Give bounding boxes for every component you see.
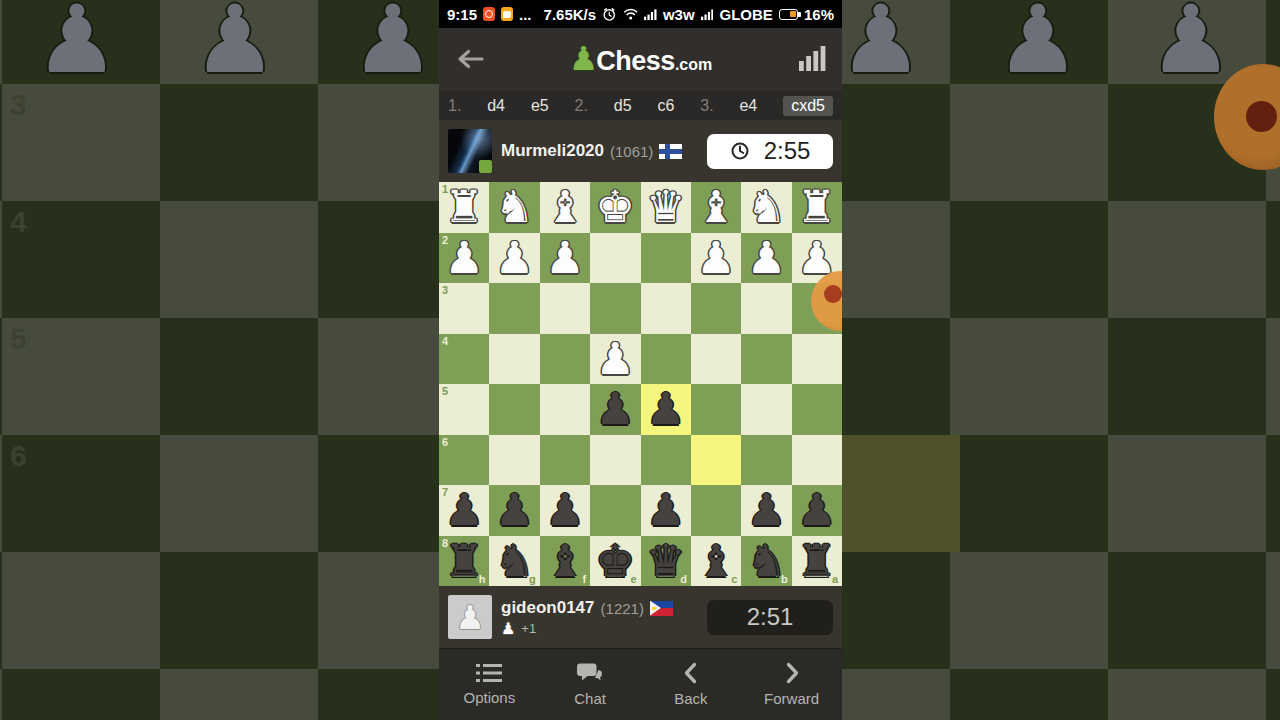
square-b3[interactable]: [741, 283, 791, 334]
phone-screen: 9:15 ... 7.65K/s w3w: [439, 0, 842, 720]
move-token-d5[interactable]: d5: [614, 97, 632, 115]
move-token-cxd5[interactable]: cxd5: [783, 96, 833, 116]
piece-white-bishop-c1[interactable]: ♝: [691, 182, 741, 233]
logo-word: Chess: [596, 46, 675, 77]
wifi-icon: [623, 7, 638, 21]
options-button[interactable]: Options: [439, 649, 540, 720]
background-rank-label-5: 5: [10, 322, 27, 356]
square-g6[interactable]: [489, 435, 539, 486]
square-f1[interactable]: ♝: [540, 182, 590, 233]
square-c3[interactable]: [691, 283, 741, 334]
square-e5[interactable]: ♟: [590, 384, 640, 435]
chevron-right-icon: [781, 662, 803, 684]
connection-bars-icon[interactable]: [799, 46, 826, 71]
piece-black-rook-a8[interactable]: ♜: [792, 536, 842, 587]
move-number-3: 3.: [700, 97, 713, 115]
square-c4[interactable]: [691, 334, 741, 385]
piece-white-pawn-b2[interactable]: ♟: [741, 233, 791, 284]
piece-black-pawn-h7[interactable]: ♟: [439, 485, 489, 536]
square-a7[interactable]: ♟: [792, 485, 842, 536]
material-count: +1: [521, 621, 536, 636]
piece-white-rook-h1[interactable]: ♜: [439, 182, 489, 233]
background-pawn-2: ♟: [175, 0, 295, 88]
background-highlight-square: [842, 435, 960, 552]
square-g5[interactable]: [489, 384, 539, 435]
chesscom-logo: ♟Chess.com: [439, 42, 842, 77]
square-e4[interactable]: ♟: [590, 334, 640, 385]
square-c6[interactable]: [691, 435, 741, 486]
square-g1[interactable]: ♞: [489, 182, 539, 233]
square-e3[interactable]: [590, 283, 640, 334]
square-d7[interactable]: ♟: [641, 485, 691, 536]
signal-icon: [644, 8, 657, 21]
record-dot-icon: [824, 285, 842, 303]
background-pawn-5: ♟: [978, 0, 1098, 88]
player-bar-top: Murmeli2020 (1061) 2:55: [439, 120, 842, 182]
battery-icon: [779, 9, 798, 20]
piece-black-knight-g8[interactable]: ♞: [489, 536, 539, 587]
philippines-flag-icon: [650, 601, 673, 616]
square-e8[interactable]: e♚: [590, 536, 640, 587]
piece-white-knight-b1[interactable]: ♞: [741, 182, 791, 233]
move-token-e4[interactable]: e4: [739, 97, 757, 115]
rating-top: (1061): [610, 143, 653, 160]
square-d3[interactable]: [641, 283, 691, 334]
square-f7[interactable]: ♟: [540, 485, 590, 536]
options-label: Options: [464, 689, 516, 706]
piece-black-pawn-e5[interactable]: ♟: [590, 384, 640, 435]
square-a8[interactable]: a♜: [792, 536, 842, 587]
square-a5[interactable]: [792, 384, 842, 435]
piece-white-queen-d1[interactable]: ♛: [641, 182, 691, 233]
square-g8[interactable]: g♞: [489, 536, 539, 587]
online-badge: [479, 160, 492, 173]
square-h1[interactable]: 1♜: [439, 182, 489, 233]
square-h2[interactable]: 2♟: [439, 233, 489, 284]
square-c7[interactable]: [691, 485, 741, 536]
background-pawn-1: ♟: [17, 0, 137, 88]
clock-icon: [730, 141, 750, 161]
chat-label: Chat: [574, 690, 606, 707]
chess-board: 1♜♞♝♚♛♝♞♜2♟♟♟♟♟♟34♟5♟♟67♟♟♟♟♟♟8h♜g♞f♝e♚d…: [439, 182, 842, 586]
piece-black-king-e8[interactable]: ♚: [590, 536, 640, 587]
square-c1[interactable]: ♝: [691, 182, 741, 233]
battery-percent: 16%: [804, 6, 834, 23]
move-number-2: 2.: [575, 97, 588, 115]
notification-overflow-dots: ...: [519, 6, 532, 23]
username-bottom[interactable]: gideon0147: [501, 598, 595, 618]
square-b4[interactable]: [741, 334, 791, 385]
square-c2[interactable]: ♟: [691, 233, 741, 284]
move-token-d4[interactable]: d4: [487, 97, 505, 115]
piece-black-bishop-f8[interactable]: ♝: [540, 536, 590, 587]
piece-black-pawn-g7[interactable]: ♟: [489, 485, 539, 536]
options-list-icon: [476, 663, 502, 683]
clock-bottom: 2:51: [707, 600, 833, 635]
square-b5[interactable]: [741, 384, 791, 435]
messenger-icon: [501, 7, 513, 21]
piece-black-rook-h8[interactable]: ♜: [439, 536, 489, 587]
piece-white-rook-a1[interactable]: ♜: [792, 182, 842, 233]
back-button[interactable]: Back: [641, 649, 742, 720]
status-bar: 9:15 ... 7.65K/s w3w: [439, 0, 842, 28]
square-f5[interactable]: [540, 384, 590, 435]
piece-white-pawn-g2[interactable]: ♟: [489, 233, 539, 284]
square-e7[interactable]: [590, 485, 640, 536]
clock-top: 2:55: [707, 134, 833, 169]
piece-black-bishop-c8[interactable]: ♝: [691, 536, 741, 587]
finland-flag-icon: [659, 144, 682, 159]
square-g3[interactable]: [489, 283, 539, 334]
square-d2[interactable]: [641, 233, 691, 284]
piece-black-pawn-d7[interactable]: ♟: [641, 485, 691, 536]
rank-label-6: 6: [442, 436, 448, 448]
chat-icon: [577, 663, 603, 684]
square-b8[interactable]: b♞: [741, 536, 791, 587]
square-h5[interactable]: 5: [439, 384, 489, 435]
rating-bottom: (1221): [601, 600, 644, 617]
background-rank-label-4: 4: [10, 205, 27, 239]
alarm-icon: [602, 6, 617, 23]
square-g2[interactable]: ♟: [489, 233, 539, 284]
square-f4[interactable]: [540, 334, 590, 385]
avatar-top[interactable]: [448, 129, 492, 173]
square-f6[interactable]: [540, 435, 590, 486]
square-e6[interactable]: [590, 435, 640, 486]
square-g4[interactable]: [489, 334, 539, 385]
rank-label-5: 5: [442, 385, 448, 397]
square-b6[interactable]: [741, 435, 791, 486]
net-speed: 7.65K/s: [544, 6, 597, 23]
logo-tld: .com: [675, 56, 712, 74]
clock-top-time: 2:55: [764, 137, 811, 165]
forward-label: Forward: [764, 690, 819, 707]
square-f2[interactable]: ♟: [540, 233, 590, 284]
square-h8[interactable]: 8h♜: [439, 536, 489, 587]
square-h7[interactable]: 7♟: [439, 485, 489, 536]
page: ♟♟♟♟♟♟3456 9:15 ... 7.65K/s: [0, 0, 1280, 720]
piece-white-pawn-c2[interactable]: ♟: [691, 233, 741, 284]
square-a1[interactable]: ♜: [792, 182, 842, 233]
piece-black-pawn-b7[interactable]: ♟: [741, 485, 791, 536]
square-d6[interactable]: [641, 435, 691, 486]
square-h6[interactable]: 6: [439, 435, 489, 486]
square-f8[interactable]: f♝: [540, 536, 590, 587]
chevron-left-icon: [680, 662, 702, 684]
network-label: w3w: [663, 6, 695, 23]
clock-bottom-time: 2:51: [747, 603, 794, 631]
bottom-nav: Options Chat Back Forward: [439, 648, 842, 720]
username-top[interactable]: Murmeli2020: [501, 141, 604, 161]
square-d8[interactable]: d♛: [641, 536, 691, 587]
square-d5[interactable]: ♟: [641, 384, 691, 435]
piece-black-pawn-f7[interactable]: ♟: [540, 485, 590, 536]
square-e1[interactable]: ♚: [590, 182, 640, 233]
background-rank-label-6: 6: [10, 439, 27, 473]
piece-white-knight-g1[interactable]: ♞: [489, 182, 539, 233]
piece-white-bishop-f1[interactable]: ♝: [540, 182, 590, 233]
piece-white-pawn-h2[interactable]: ♟: [439, 233, 489, 284]
piece-black-queen-d8[interactable]: ♛: [641, 536, 691, 587]
background-rank-label-3: 3: [10, 88, 27, 122]
chat-button[interactable]: Chat: [540, 649, 641, 720]
avatar-bottom[interactable]: ♟: [448, 595, 492, 639]
app-header: ♟Chess.com: [439, 28, 842, 91]
piece-black-knight-b8[interactable]: ♞: [741, 536, 791, 587]
square-g7[interactable]: ♟: [489, 485, 539, 536]
square-c5[interactable]: [691, 384, 741, 435]
forward-button[interactable]: Forward: [741, 649, 842, 720]
rank-label-3: 3: [442, 284, 448, 296]
status-time: 9:15: [447, 6, 477, 23]
square-b7[interactable]: ♟: [741, 485, 791, 536]
background-pawn-3: ♟: [333, 0, 453, 88]
piece-black-pawn-d5[interactable]: ♟: [641, 384, 691, 435]
square-f3[interactable]: [540, 283, 590, 334]
square-e2[interactable]: [590, 233, 640, 284]
rank-label-4: 4: [442, 335, 448, 347]
move-token-c6[interactable]: c6: [657, 97, 674, 115]
player-bar-bottom: ♟ gideon0147 (1221) ♟ +1 2:51: [439, 586, 842, 648]
square-c8[interactable]: c♝: [691, 536, 741, 587]
piece-white-pawn-f2[interactable]: ♟: [540, 233, 590, 284]
move-number-1: 1.: [448, 97, 461, 115]
square-a6[interactable]: [792, 435, 842, 486]
move-token-e5[interactable]: e5: [531, 97, 549, 115]
square-a4[interactable]: [792, 334, 842, 385]
piece-white-king-e1[interactable]: ♚: [590, 182, 640, 233]
piece-white-pawn-e4[interactable]: ♟: [590, 334, 640, 385]
screen-recorder-icon: [483, 7, 495, 21]
record-dot-icon: [1246, 101, 1277, 132]
square-b1[interactable]: ♞: [741, 182, 791, 233]
square-d4[interactable]: [641, 334, 691, 385]
square-h3[interactable]: 3: [439, 283, 489, 334]
move-list: 1.d4e52.d5c63.e4cxd5: [439, 91, 842, 120]
back-label: Back: [674, 690, 707, 707]
captured-pawn-icon: ♟: [501, 622, 515, 636]
square-h4[interactable]: 4: [439, 334, 489, 385]
square-d1[interactable]: ♛: [641, 182, 691, 233]
logo-pawn-icon: ♟: [569, 42, 599, 75]
square-b2[interactable]: ♟: [741, 233, 791, 284]
piece-black-pawn-a7[interactable]: ♟: [792, 485, 842, 536]
carrier-label: GLOBE: [719, 6, 772, 23]
signal-icon-2: [701, 8, 714, 21]
